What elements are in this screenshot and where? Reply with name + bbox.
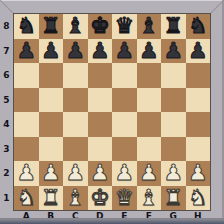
square-b4[interactable] <box>39 112 64 137</box>
square-d8[interactable]: ♚ <box>88 14 113 39</box>
piece-white-pawn[interactable]: ♟ <box>41 162 61 184</box>
square-b1[interactable]: ♜ <box>39 186 64 211</box>
square-e6[interactable] <box>112 63 137 88</box>
piece-white-pawn[interactable]: ♟ <box>65 162 85 184</box>
square-g2[interactable]: ♟ <box>161 161 186 186</box>
square-a3[interactable] <box>14 137 39 162</box>
square-f3[interactable] <box>137 137 162 162</box>
square-b5[interactable] <box>39 88 64 113</box>
rank-label-7: 7 <box>0 39 13 64</box>
square-c4[interactable] <box>63 112 88 137</box>
rank-label-4: 4 <box>0 112 13 137</box>
frame-mitre-top-left <box>0 0 14 14</box>
piece-white-queen[interactable]: ♛ <box>114 187 134 209</box>
square-c8[interactable]: ♝ <box>63 14 88 39</box>
piece-black-pawn[interactable]: ♟ <box>163 40 183 62</box>
piece-black-pawn[interactable]: ♟ <box>188 40 208 62</box>
square-h8[interactable]: ♞ <box>186 14 211 39</box>
frame-right-shade <box>222 0 224 224</box>
piece-black-rook[interactable]: ♜ <box>163 15 183 37</box>
piece-black-queen[interactable]: ♛ <box>114 15 134 37</box>
square-b6[interactable] <box>39 63 64 88</box>
piece-white-bishop[interactable]: ♝ <box>139 187 159 209</box>
square-h2[interactable]: ♟ <box>186 161 211 186</box>
square-e3[interactable] <box>112 137 137 162</box>
square-b3[interactable] <box>39 137 64 162</box>
square-g5[interactable] <box>161 88 186 113</box>
square-g4[interactable] <box>161 112 186 137</box>
rank-label-1: 1 <box>0 186 13 211</box>
piece-black-pawn[interactable]: ♟ <box>41 40 61 62</box>
piece-black-pawn[interactable]: ♟ <box>114 40 134 62</box>
square-h6[interactable] <box>186 63 211 88</box>
piece-black-knight[interactable]: ♞ <box>188 15 208 37</box>
square-f4[interactable] <box>137 112 162 137</box>
square-g8[interactable]: ♜ <box>161 14 186 39</box>
square-e8[interactable]: ♛ <box>112 14 137 39</box>
chessboard: ♞♜♝♚♛♝♜♞♟♟♟♟♟♟♟♟♟♟♟♟♟♟♟♟♞♜♝♚♛♝♜♞ <box>13 13 211 211</box>
square-g3[interactable] <box>161 137 186 162</box>
square-e1[interactable]: ♛ <box>112 186 137 211</box>
square-h1[interactable]: ♞ <box>186 186 211 211</box>
rank-labels: 87654321 <box>0 14 13 210</box>
square-e5[interactable] <box>112 88 137 113</box>
square-b8[interactable]: ♜ <box>39 14 64 39</box>
square-a4[interactable] <box>14 112 39 137</box>
square-f8[interactable]: ♝ <box>137 14 162 39</box>
square-f5[interactable] <box>137 88 162 113</box>
piece-white-knight[interactable]: ♞ <box>16 187 36 209</box>
square-f2[interactable]: ♟ <box>137 161 162 186</box>
rank-label-3: 3 <box>0 137 13 162</box>
square-f6[interactable] <box>137 63 162 88</box>
square-d6[interactable] <box>88 63 113 88</box>
square-d4[interactable] <box>88 112 113 137</box>
square-h4[interactable] <box>186 112 211 137</box>
piece-black-bishop[interactable]: ♝ <box>139 15 159 37</box>
square-h5[interactable] <box>186 88 211 113</box>
square-a5[interactable] <box>14 88 39 113</box>
piece-white-knight[interactable]: ♞ <box>188 187 208 209</box>
square-c3[interactable] <box>63 137 88 162</box>
piece-white-pawn[interactable]: ♟ <box>114 162 134 184</box>
board-frame: 87654321 ♞♜♝♚♛♝♜♞♟♟♟♟♟♟♟♟♟♟♟♟♟♟♟♟♞♜♝♚♛♝♜… <box>0 0 224 224</box>
piece-black-pawn[interactable]: ♟ <box>16 40 36 62</box>
square-a7[interactable]: ♟ <box>14 39 39 64</box>
piece-black-pawn[interactable]: ♟ <box>90 40 110 62</box>
square-a8[interactable]: ♞ <box>14 14 39 39</box>
square-g1[interactable]: ♜ <box>161 186 186 211</box>
square-f7[interactable]: ♟ <box>137 39 162 64</box>
square-d3[interactable] <box>88 137 113 162</box>
square-c5[interactable] <box>63 88 88 113</box>
square-h7[interactable]: ♟ <box>186 39 211 64</box>
square-a2[interactable]: ♟ <box>14 161 39 186</box>
frame-top-highlight <box>0 0 224 1</box>
square-d5[interactable] <box>88 88 113 113</box>
square-e4[interactable] <box>112 112 137 137</box>
square-c2[interactable]: ♟ <box>63 161 88 186</box>
piece-black-bishop[interactable]: ♝ <box>65 15 85 37</box>
square-c6[interactable] <box>63 63 88 88</box>
piece-white-bishop[interactable]: ♝ <box>65 187 85 209</box>
piece-white-pawn[interactable]: ♟ <box>139 162 159 184</box>
square-e7[interactable]: ♟ <box>112 39 137 64</box>
square-g6[interactable] <box>161 63 186 88</box>
square-g7[interactable]: ♟ <box>161 39 186 64</box>
square-c7[interactable]: ♟ <box>63 39 88 64</box>
piece-white-pawn[interactable]: ♟ <box>188 162 208 184</box>
square-b2[interactable]: ♟ <box>39 161 64 186</box>
window-bottom-edge <box>0 218 224 224</box>
square-d1[interactable]: ♚ <box>88 186 113 211</box>
square-a6[interactable] <box>14 63 39 88</box>
square-a1[interactable]: ♞ <box>14 186 39 211</box>
piece-black-pawn[interactable]: ♟ <box>65 40 85 62</box>
square-e2[interactable]: ♟ <box>112 161 137 186</box>
square-b7[interactable]: ♟ <box>39 39 64 64</box>
piece-white-king[interactable]: ♚ <box>90 187 110 209</box>
piece-white-pawn[interactable]: ♟ <box>16 162 36 184</box>
piece-black-rook[interactable]: ♜ <box>41 15 61 37</box>
rank-label-6: 6 <box>0 63 13 88</box>
square-h3[interactable] <box>186 137 211 162</box>
piece-white-pawn[interactable]: ♟ <box>163 162 183 184</box>
rank-label-8: 8 <box>0 14 13 39</box>
piece-black-knight[interactable]: ♞ <box>16 15 36 37</box>
square-d2[interactable]: ♟ <box>88 161 113 186</box>
piece-white-rook[interactable]: ♜ <box>163 187 183 209</box>
square-f1[interactable]: ♝ <box>137 186 162 211</box>
rank-label-2: 2 <box>0 161 13 186</box>
piece-white-rook[interactable]: ♜ <box>41 187 61 209</box>
piece-black-king[interactable]: ♚ <box>90 15 110 37</box>
square-d7[interactable]: ♟ <box>88 39 113 64</box>
piece-black-pawn[interactable]: ♟ <box>139 40 159 62</box>
piece-white-pawn[interactable]: ♟ <box>90 162 110 184</box>
rank-label-5: 5 <box>0 88 13 113</box>
square-c1[interactable]: ♝ <box>63 186 88 211</box>
